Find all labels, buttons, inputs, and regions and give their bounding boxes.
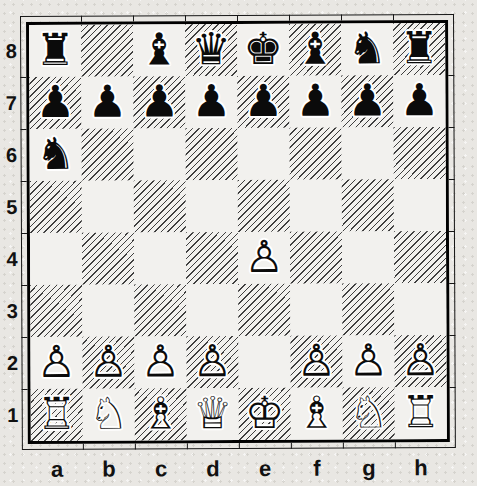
square-c1[interactable]: ♗ [135, 388, 187, 440]
rank-label-2: 2 [1, 337, 23, 389]
square-d3[interactable] [186, 284, 238, 336]
square-b1[interactable]: ♘ [83, 388, 135, 440]
file-label-g: g [343, 453, 395, 483]
square-g6[interactable] [341, 127, 393, 179]
square-b2[interactable]: ♙ [82, 336, 134, 388]
piece-black-rook[interactable]: ♜ [393, 23, 445, 75]
piece-black-pawn[interactable]: ♟ [133, 76, 185, 128]
piece-white-king[interactable]: ♔ [239, 388, 291, 440]
square-f2[interactable]: ♙ [290, 336, 342, 388]
frame-tick [395, 442, 396, 448]
square-c6[interactable] [133, 128, 185, 180]
square-f8[interactable]: ♝ [289, 24, 341, 76]
piece-white-pawn[interactable]: ♙ [394, 335, 446, 387]
piece-white-bishop[interactable]: ♗ [291, 388, 343, 440]
square-d6[interactable] [185, 128, 237, 180]
file-label-e: e [239, 454, 291, 484]
square-a3[interactable] [30, 285, 82, 337]
square-e6[interactable] [237, 128, 289, 180]
file-label-f: f [291, 454, 343, 484]
frame-tick [341, 15, 342, 21]
square-g7[interactable]: ♟ [341, 75, 393, 127]
square-c8[interactable]: ♝ [133, 24, 185, 76]
frame-tick [133, 15, 134, 21]
square-e8[interactable]: ♚ [237, 24, 289, 76]
rank-label-1: 1 [2, 389, 24, 441]
frame-tick [448, 75, 454, 76]
square-a8[interactable]: ♜ [29, 25, 81, 77]
square-h4[interactable] [394, 231, 446, 283]
square-g8[interactable]: ♞ [341, 23, 393, 75]
rank-label-5: 5 [1, 181, 23, 233]
square-a6[interactable]: ♞ [30, 129, 82, 181]
frame-tick [449, 335, 455, 336]
piece-black-pawn[interactable]: ♟ [237, 76, 289, 128]
square-e1[interactable]: ♔ [239, 388, 291, 440]
square-h7[interactable]: ♟ [393, 75, 445, 127]
piece-black-pawn[interactable]: ♟ [393, 75, 445, 127]
frame-tick [237, 15, 238, 21]
frame-tick [449, 179, 455, 180]
piece-black-pawn[interactable]: ♟ [81, 76, 133, 128]
piece-white-pawn[interactable]: ♙ [290, 336, 342, 388]
piece-black-king[interactable]: ♚ [237, 24, 289, 76]
square-b7[interactable]: ♟ [81, 76, 133, 128]
square-f6[interactable] [289, 128, 341, 180]
piece-black-queen[interactable]: ♛ [185, 24, 237, 76]
square-d7[interactable]: ♟ [185, 76, 237, 128]
square-g5[interactable] [342, 179, 394, 231]
chess-diagram-page: ♜♝♛♚♝♞♜♟♟♟♟♟♟♟♟♞♙♙♙♙♙♙♙♙♖♘♗♕♔♗♘♖ 8765432… [0, 0, 477, 486]
square-c2[interactable]: ♙ [134, 336, 186, 388]
square-g4[interactable] [342, 231, 394, 283]
frame-tick [187, 443, 188, 449]
square-e7[interactable]: ♟ [237, 76, 289, 128]
file-label-b: b [83, 454, 135, 484]
square-a2[interactable]: ♙ [30, 337, 82, 389]
piece-black-pawn[interactable]: ♟ [185, 76, 237, 128]
chess-board: ♜♝♛♚♝♞♜♟♟♟♟♟♟♟♟♞♙♙♙♙♙♙♙♙♖♘♗♕♔♗♘♖ [29, 23, 447, 441]
frame-tick [291, 443, 292, 449]
piece-white-knight[interactable]: ♘ [83, 388, 135, 440]
frame-tick [393, 14, 394, 20]
file-label-a: a [31, 455, 83, 485]
piece-white-knight[interactable]: ♘ [343, 387, 395, 439]
frame-tick [135, 443, 136, 449]
rank-label-8: 8 [0, 25, 22, 77]
board-frame: ♜♝♛♚♝♞♜♟♟♟♟♟♟♟♟♞♙♙♙♙♙♙♙♙♖♘♗♕♔♗♘♖ [26, 20, 450, 444]
rank-label-3: 3 [1, 285, 23, 337]
square-a4[interactable] [30, 233, 82, 285]
square-h6[interactable] [393, 127, 445, 179]
file-labels: abcdefgh [0, 0, 476, 1]
square-c4[interactable] [134, 232, 186, 284]
piece-white-pawn[interactable]: ♙ [238, 232, 290, 284]
square-h2[interactable]: ♙ [394, 335, 446, 387]
piece-white-pawn[interactable]: ♙ [186, 336, 238, 388]
square-g3[interactable] [342, 283, 394, 335]
square-h5[interactable] [394, 179, 446, 231]
square-f1[interactable]: ♗ [291, 388, 343, 440]
square-e2[interactable] [238, 336, 290, 388]
square-a1[interactable]: ♖ [31, 389, 83, 441]
piece-white-pawn[interactable]: ♙ [134, 336, 186, 388]
square-b6[interactable] [81, 128, 133, 180]
square-c3[interactable] [134, 284, 186, 336]
piece-black-knight[interactable]: ♞ [341, 23, 393, 75]
square-d4[interactable] [186, 232, 238, 284]
square-b5[interactable] [82, 180, 134, 232]
piece-black-pawn[interactable]: ♟ [341, 75, 393, 127]
frame-tick [185, 15, 186, 21]
square-f3[interactable] [290, 284, 342, 336]
frame-tick [81, 16, 82, 22]
square-h1[interactable]: ♖ [395, 387, 447, 439]
rank-label-7: 7 [0, 77, 22, 129]
piece-black-knight[interactable]: ♞ [30, 129, 82, 181]
frame-tick [450, 387, 456, 388]
piece-white-rook[interactable]: ♖ [395, 387, 447, 439]
frame-tick [449, 283, 455, 284]
square-c7[interactable]: ♟ [133, 76, 185, 128]
frame-tick [289, 15, 290, 21]
square-b8[interactable] [81, 24, 133, 76]
frame-tick [343, 443, 344, 449]
file-label-h: h [395, 453, 447, 483]
piece-black-bishop[interactable]: ♝ [289, 24, 341, 76]
square-d5[interactable] [186, 180, 238, 232]
piece-white-bishop[interactable]: ♗ [135, 388, 187, 440]
square-a5[interactable] [30, 181, 82, 233]
piece-white-pawn[interactable]: ♙ [82, 336, 134, 388]
rank-labels: 87654321 [0, 0, 476, 1]
piece-white-pawn[interactable]: ♙ [30, 337, 82, 389]
rank-label-6: 6 [1, 129, 23, 181]
square-e4[interactable]: ♙ [238, 232, 290, 284]
frame-tick [448, 127, 454, 128]
piece-black-pawn[interactable]: ♟ [29, 77, 81, 129]
square-d8[interactable]: ♛ [185, 24, 237, 76]
file-label-d: d [187, 454, 239, 484]
piece-black-pawn[interactable]: ♟ [289, 76, 341, 128]
piece-white-rook[interactable]: ♖ [31, 389, 83, 441]
piece-white-pawn[interactable]: ♙ [342, 335, 394, 387]
frame-tick [449, 231, 455, 232]
square-e5[interactable] [238, 180, 290, 232]
square-b3[interactable] [82, 284, 134, 336]
square-f4[interactable] [290, 232, 342, 284]
rank-label-4: 4 [1, 233, 23, 285]
square-g2[interactable]: ♙ [342, 335, 394, 387]
frame-tick [83, 444, 84, 450]
file-label-c: c [135, 454, 187, 484]
square-d2[interactable]: ♙ [186, 336, 238, 388]
piece-white-queen[interactable]: ♕ [187, 388, 239, 440]
piece-black-bishop[interactable]: ♝ [133, 24, 185, 76]
square-f7[interactable]: ♟ [289, 76, 341, 128]
square-g1[interactable]: ♘ [343, 387, 395, 439]
frame-tick [239, 443, 240, 449]
square-c5[interactable] [134, 180, 186, 232]
square-f5[interactable] [290, 180, 342, 232]
square-e3[interactable] [238, 284, 290, 336]
square-b4[interactable] [82, 232, 134, 284]
piece-black-rook[interactable]: ♜ [29, 25, 81, 77]
square-h8[interactable]: ♜ [393, 23, 445, 75]
square-a7[interactable]: ♟ [29, 77, 81, 129]
square-h3[interactable] [394, 283, 446, 335]
square-d1[interactable]: ♕ [187, 388, 239, 440]
